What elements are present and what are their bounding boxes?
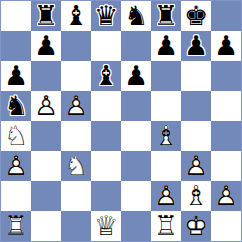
square-g8[interactable]: ♚	[181, 1, 211, 31]
black-pawn-piece[interactable]: ♟	[151, 31, 181, 61]
square-d6[interactable]: ♝	[91, 61, 121, 91]
piece-glyph: ♟	[121, 61, 151, 91]
square-h6[interactable]	[211, 61, 241, 91]
square-d4[interactable]	[91, 121, 121, 151]
square-f4[interactable]: ♝♗	[151, 121, 181, 151]
square-a8[interactable]	[1, 1, 31, 31]
piece-outline-glyph: ♔	[181, 211, 211, 241]
square-f2[interactable]: ♟♙	[151, 181, 181, 211]
piece-outline-glyph: ♙	[181, 151, 211, 181]
square-e2[interactable]	[121, 181, 151, 211]
square-e6[interactable]: ♟	[121, 61, 151, 91]
square-b2[interactable]	[31, 181, 61, 211]
black-queen-piece[interactable]: ♛	[91, 1, 121, 31]
piece-outline-glyph: ♕	[91, 211, 121, 241]
square-g4[interactable]	[181, 121, 211, 151]
square-h7[interactable]: ♟	[211, 31, 241, 61]
square-g1[interactable]: ♚♔	[181, 211, 211, 241]
white-pawn-piece[interactable]: ♟♙	[1, 151, 31, 181]
black-bishop-piece[interactable]: ♝	[91, 61, 121, 91]
black-rook-piece[interactable]: ♜	[151, 1, 181, 31]
piece-outline-glyph: ♘	[61, 151, 91, 181]
black-rook-piece[interactable]: ♜	[31, 1, 61, 31]
black-pawn-piece[interactable]: ♟	[31, 31, 61, 61]
piece-glyph: ♜	[151, 1, 181, 31]
square-c6[interactable]	[61, 61, 91, 91]
square-e1[interactable]	[121, 211, 151, 241]
chess-board: ♜♝♛♞♜♚♟♟♟♟♟♝♟♞♟♙♟♙♞♘♝♗♟♙♞♘♟♙♟♙♝♗♟♙♜♖♛♕♜♖…	[0, 0, 242, 242]
square-d1[interactable]: ♛♕	[91, 211, 121, 241]
square-e8[interactable]: ♞	[121, 1, 151, 31]
white-king-piece[interactable]: ♚♔	[181, 211, 211, 241]
black-pawn-piece[interactable]: ♟	[121, 61, 151, 91]
square-b1[interactable]	[31, 211, 61, 241]
black-pawn-piece[interactable]: ♟	[211, 31, 241, 61]
square-d8[interactable]: ♛	[91, 1, 121, 31]
white-knight-piece[interactable]: ♞♘	[61, 151, 91, 181]
piece-outline-glyph: ♖	[1, 211, 31, 241]
square-e4[interactable]	[121, 121, 151, 151]
square-c1[interactable]	[61, 211, 91, 241]
square-g3[interactable]: ♟♙	[181, 151, 211, 181]
square-e7[interactable]	[121, 31, 151, 61]
piece-glyph: ♟	[211, 31, 241, 61]
piece-outline-glyph: ♙	[31, 91, 61, 121]
square-f5[interactable]	[151, 91, 181, 121]
square-c7[interactable]	[61, 31, 91, 61]
square-h3[interactable]	[211, 151, 241, 181]
square-b6[interactable]	[31, 61, 61, 91]
piece-glyph: ♟	[151, 31, 181, 61]
piece-glyph: ♞	[1, 91, 31, 121]
white-pawn-piece[interactable]: ♟♙	[151, 181, 181, 211]
square-f3[interactable]	[151, 151, 181, 181]
piece-glyph: ♟	[31, 31, 61, 61]
square-h1[interactable]	[211, 211, 241, 241]
piece-glyph: ♟	[1, 61, 31, 91]
square-g2[interactable]: ♝♗	[181, 181, 211, 211]
white-pawn-piece[interactable]: ♟♙	[181, 151, 211, 181]
square-f1[interactable]: ♜♖	[151, 211, 181, 241]
square-h5[interactable]	[211, 91, 241, 121]
square-a5[interactable]: ♞	[1, 91, 31, 121]
square-d7[interactable]	[91, 31, 121, 61]
square-h4[interactable]	[211, 121, 241, 151]
piece-outline-glyph: ♗	[181, 181, 211, 211]
square-b7[interactable]: ♟	[31, 31, 61, 61]
square-c3[interactable]: ♞♘	[61, 151, 91, 181]
piece-outline-glyph: ♗	[151, 121, 181, 151]
white-queen-piece[interactable]: ♛♕	[91, 211, 121, 241]
black-pawn-piece[interactable]: ♟	[181, 31, 211, 61]
white-pawn-piece[interactable]: ♟♙	[61, 91, 91, 121]
piece-outline-glyph: ♙	[61, 91, 91, 121]
white-rook-piece[interactable]: ♜♖	[151, 211, 181, 241]
square-d5[interactable]	[91, 91, 121, 121]
black-king-piece[interactable]: ♚	[181, 1, 211, 31]
white-pawn-piece[interactable]: ♟♙	[31, 91, 61, 121]
square-c8[interactable]: ♝	[61, 1, 91, 31]
piece-glyph: ♚	[181, 1, 211, 31]
square-e5[interactable]	[121, 91, 151, 121]
piece-glyph: ♜	[31, 1, 61, 31]
black-knight-piece[interactable]: ♞	[121, 1, 151, 31]
square-g5[interactable]	[181, 91, 211, 121]
square-f6[interactable]	[151, 61, 181, 91]
square-f7[interactable]: ♟	[151, 31, 181, 61]
square-f8[interactable]: ♜	[151, 1, 181, 31]
square-b4[interactable]	[31, 121, 61, 151]
square-e3[interactable]	[121, 151, 151, 181]
piece-outline-glyph: ♙	[211, 181, 241, 211]
white-rook-piece[interactable]: ♜♖	[1, 211, 31, 241]
white-bishop-piece[interactable]: ♝♗	[151, 121, 181, 151]
square-c4[interactable]	[61, 121, 91, 151]
piece-outline-glyph: ♘	[1, 121, 31, 151]
square-d3[interactable]	[91, 151, 121, 181]
piece-outline-glyph: ♙	[1, 151, 31, 181]
square-b3[interactable]	[31, 151, 61, 181]
piece-glyph: ♝	[91, 61, 121, 91]
square-a4[interactable]: ♞♘	[1, 121, 31, 151]
piece-outline-glyph: ♖	[151, 211, 181, 241]
piece-glyph: ♛	[91, 1, 121, 31]
square-d2[interactable]	[91, 181, 121, 211]
square-g6[interactable]	[181, 61, 211, 91]
square-a1[interactable]: ♜♖	[1, 211, 31, 241]
black-knight-piece[interactable]: ♞	[1, 91, 31, 121]
square-h2[interactable]: ♟♙	[211, 181, 241, 211]
square-b8[interactable]: ♜	[31, 1, 61, 31]
piece-glyph: ♝	[61, 1, 91, 31]
white-knight-piece[interactable]: ♞♘	[1, 121, 31, 151]
square-a6[interactable]: ♟	[1, 61, 31, 91]
white-bishop-piece[interactable]: ♝♗	[181, 181, 211, 211]
piece-glyph: ♞	[121, 1, 151, 31]
square-b5[interactable]: ♟♙	[31, 91, 61, 121]
piece-glyph: ♟	[181, 31, 211, 61]
black-bishop-piece[interactable]: ♝	[61, 1, 91, 31]
white-pawn-piece[interactable]: ♟♙	[211, 181, 241, 211]
piece-outline-glyph: ♙	[151, 181, 181, 211]
square-a7[interactable]	[1, 31, 31, 61]
square-a3[interactable]: ♟♙	[1, 151, 31, 181]
square-c5[interactable]: ♟♙	[61, 91, 91, 121]
square-c2[interactable]	[61, 181, 91, 211]
square-g7[interactable]: ♟	[181, 31, 211, 61]
square-a2[interactable]	[1, 181, 31, 211]
square-h8[interactable]	[211, 1, 241, 31]
black-pawn-piece[interactable]: ♟	[1, 61, 31, 91]
